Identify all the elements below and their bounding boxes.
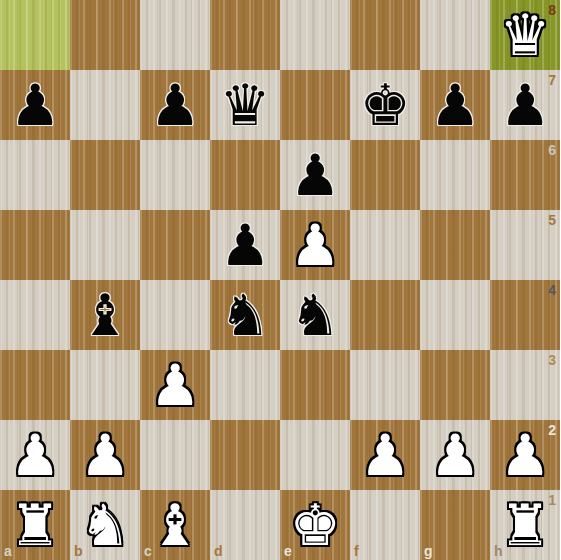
file-label-g: g [424,544,433,558]
square-d8[interactable] [210,0,280,70]
square-e3[interactable] [280,350,350,420]
black-pawn[interactable]: ♟ [210,210,280,280]
square-a8[interactable] [0,0,70,70]
square-d3[interactable] [210,350,280,420]
rank-label-7: 7 [548,73,556,87]
square-h6[interactable]: 6 [490,140,560,210]
square-g6[interactable] [420,140,490,210]
square-b5[interactable] [70,210,140,280]
square-c8[interactable] [140,0,210,70]
square-e6[interactable]: ♟ [280,140,350,210]
white-pawn[interactable]: ♟ [140,350,210,420]
black-bishop[interactable]: ♝ [70,280,140,350]
square-a2[interactable]: ♟ [0,420,70,490]
square-c2[interactable] [140,420,210,490]
square-h5[interactable]: 5 [490,210,560,280]
square-f4[interactable] [350,280,420,350]
square-h4[interactable]: 4 [490,280,560,350]
square-g4[interactable] [420,280,490,350]
square-c7[interactable]: ♟ [140,70,210,140]
square-f6[interactable] [350,140,420,210]
square-e4[interactable]: ♞ [280,280,350,350]
square-a4[interactable] [0,280,70,350]
square-h2[interactable]: ♟2 [490,420,560,490]
rank-label-8: 8 [548,3,556,17]
square-h3[interactable]: 3 [490,350,560,420]
black-pawn[interactable]: ♟ [420,70,490,140]
black-king[interactable]: ♚ [350,70,420,140]
black-knight[interactable]: ♞ [280,280,350,350]
rank-label-1: 1 [548,493,556,507]
square-c6[interactable] [140,140,210,210]
square-c1[interactable]: ♝c [140,490,210,560]
black-queen[interactable]: ♛ [210,70,280,140]
white-pawn[interactable]: ♟ [70,420,140,490]
file-label-b: b [74,544,83,558]
file-label-d: d [214,544,223,558]
square-g5[interactable] [420,210,490,280]
square-e1[interactable]: ♚e [280,490,350,560]
square-e2[interactable] [280,420,350,490]
rank-label-6: 6 [548,143,556,157]
square-b7[interactable] [70,70,140,140]
square-d6[interactable] [210,140,280,210]
file-label-c: c [144,544,152,558]
square-b1[interactable]: ♞b [70,490,140,560]
white-pawn[interactable]: ♟ [350,420,420,490]
square-d5[interactable]: ♟ [210,210,280,280]
square-c5[interactable] [140,210,210,280]
square-h7[interactable]: ♟7 [490,70,560,140]
square-a3[interactable] [0,350,70,420]
square-b4[interactable]: ♝ [70,280,140,350]
black-pawn[interactable]: ♟ [0,70,70,140]
square-e7[interactable] [280,70,350,140]
square-d1[interactable]: d [210,490,280,560]
rank-label-3: 3 [548,353,556,367]
square-b6[interactable] [70,140,140,210]
file-label-f: f [354,544,359,558]
square-g1[interactable]: g [420,490,490,560]
square-a5[interactable] [0,210,70,280]
square-e8[interactable] [280,0,350,70]
square-g3[interactable] [420,350,490,420]
square-f2[interactable]: ♟ [350,420,420,490]
square-b2[interactable]: ♟ [70,420,140,490]
square-g2[interactable]: ♟ [420,420,490,490]
square-f8[interactable] [350,0,420,70]
file-label-a: a [4,544,12,558]
chess-board: ♛8♟♟♛♚♟♟7♟6♟♟5♝♞♞4♟3♟♟♟♟♟2♜a♞b♝cd♚efg♜1h [0,0,560,560]
square-b8[interactable] [70,0,140,70]
square-d2[interactable] [210,420,280,490]
black-pawn[interactable]: ♟ [140,70,210,140]
file-label-h: h [494,544,503,558]
black-pawn[interactable]: ♟ [280,140,350,210]
white-pawn[interactable]: ♟ [0,420,70,490]
square-f7[interactable]: ♚ [350,70,420,140]
square-g7[interactable]: ♟ [420,70,490,140]
white-pawn[interactable]: ♟ [420,420,490,490]
square-f5[interactable] [350,210,420,280]
rank-label-5: 5 [548,213,556,227]
rank-label-2: 2 [548,423,556,437]
square-h8[interactable]: ♛8 [490,0,560,70]
square-b3[interactable] [70,350,140,420]
file-label-e: e [284,544,292,558]
square-a6[interactable] [0,140,70,210]
white-pawn[interactable]: ♟ [280,210,350,280]
square-f1[interactable]: f [350,490,420,560]
square-e5[interactable]: ♟ [280,210,350,280]
square-c4[interactable] [140,280,210,350]
square-d4[interactable]: ♞ [210,280,280,350]
square-f3[interactable] [350,350,420,420]
square-c3[interactable]: ♟ [140,350,210,420]
square-h1[interactable]: ♜1h [490,490,560,560]
black-knight[interactable]: ♞ [210,280,280,350]
square-g8[interactable] [420,0,490,70]
rank-label-4: 4 [548,283,556,297]
square-a7[interactable]: ♟ [0,70,70,140]
square-a1[interactable]: ♜a [0,490,70,560]
square-d7[interactable]: ♛ [210,70,280,140]
